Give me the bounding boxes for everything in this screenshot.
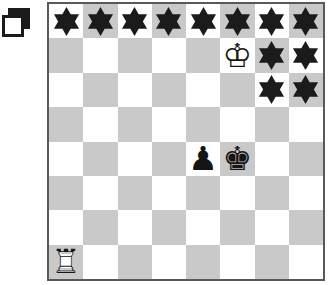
star-icon (189, 7, 218, 36)
square-h8[interactable] (289, 4, 323, 38)
square-a1[interactable]: ♖ (49, 245, 83, 279)
square-f3[interactable] (220, 176, 254, 210)
square-h3[interactable] (289, 176, 323, 210)
square-d6[interactable] (152, 73, 186, 107)
square-e2[interactable] (186, 210, 220, 244)
star-icon (86, 7, 115, 36)
square-d1[interactable] (152, 245, 186, 279)
square-a8[interactable] (49, 4, 83, 38)
square-e1[interactable] (186, 245, 220, 279)
square-b8[interactable] (83, 4, 117, 38)
square-f6[interactable] (220, 73, 254, 107)
square-e4[interactable]: ♟ (186, 142, 220, 176)
white-to-move-indicator (2, 8, 30, 37)
square-a6[interactable] (49, 73, 83, 107)
square-d8[interactable] (152, 4, 186, 38)
black-king-piece: ♚ (223, 142, 253, 175)
indicator-white-square (2, 15, 24, 37)
square-c5[interactable] (118, 107, 152, 141)
square-g1[interactable] (255, 245, 289, 279)
white-rook-piece: ♖ (51, 245, 81, 278)
square-b3[interactable] (83, 176, 117, 210)
square-a3[interactable] (49, 176, 83, 210)
star-icon (154, 7, 183, 36)
square-f5[interactable] (220, 107, 254, 141)
square-a5[interactable] (49, 107, 83, 141)
square-c7[interactable] (118, 38, 152, 72)
square-b6[interactable] (83, 73, 117, 107)
white-rook-glyph: ♖ (51, 242, 81, 281)
chess-board: ♔♟♚♖ (47, 2, 325, 281)
square-g8[interactable] (255, 4, 289, 38)
square-b5[interactable] (83, 107, 117, 141)
square-h7[interactable] (289, 38, 323, 72)
square-a4[interactable] (49, 142, 83, 176)
square-f7[interactable]: ♔ (220, 38, 254, 72)
star-icon (257, 41, 286, 70)
square-f1[interactable] (220, 245, 254, 279)
star-icon (120, 7, 149, 36)
square-e6[interactable] (186, 73, 220, 107)
square-g3[interactable] (255, 176, 289, 210)
square-b4[interactable] (83, 142, 117, 176)
square-c8[interactable] (118, 4, 152, 38)
star-icon (291, 41, 320, 70)
square-f8[interactable] (220, 4, 254, 38)
square-c6[interactable] (118, 73, 152, 107)
square-b1[interactable] (83, 245, 117, 279)
square-e3[interactable] (186, 176, 220, 210)
star-icon (257, 75, 286, 104)
square-f4[interactable]: ♚ (220, 142, 254, 176)
square-d5[interactable] (152, 107, 186, 141)
square-b7[interactable] (83, 38, 117, 72)
square-b2[interactable] (83, 210, 117, 244)
white-king-glyph: ♔ (223, 36, 253, 75)
square-g2[interactable] (255, 210, 289, 244)
square-a7[interactable] (49, 38, 83, 72)
white-king-piece: ♔ (223, 39, 253, 72)
black-king-glyph: ♚ (223, 139, 253, 178)
square-f2[interactable] (220, 210, 254, 244)
square-g4[interactable] (255, 142, 289, 176)
star-icon (291, 7, 320, 36)
square-h5[interactable] (289, 107, 323, 141)
square-g6[interactable] (255, 73, 289, 107)
square-h1[interactable] (289, 245, 323, 279)
square-h6[interactable] (289, 73, 323, 107)
square-d7[interactable] (152, 38, 186, 72)
square-d4[interactable] (152, 142, 186, 176)
square-g5[interactable] (255, 107, 289, 141)
square-h2[interactable] (289, 210, 323, 244)
black-pawn-piece: ♟ (188, 142, 218, 175)
black-pawn-glyph: ♟ (188, 139, 218, 178)
square-d3[interactable] (152, 176, 186, 210)
square-e5[interactable] (186, 107, 220, 141)
star-icon (257, 7, 286, 36)
square-g7[interactable] (255, 38, 289, 72)
square-h4[interactable] (289, 142, 323, 176)
star-icon (223, 7, 252, 36)
square-e7[interactable] (186, 38, 220, 72)
square-c3[interactable] (118, 176, 152, 210)
star-icon (291, 75, 320, 104)
square-c4[interactable] (118, 142, 152, 176)
square-d2[interactable] (152, 210, 186, 244)
square-c1[interactable] (118, 245, 152, 279)
square-e8[interactable] (186, 4, 220, 38)
star-icon (52, 7, 81, 36)
square-c2[interactable] (118, 210, 152, 244)
square-a2[interactable] (49, 210, 83, 244)
